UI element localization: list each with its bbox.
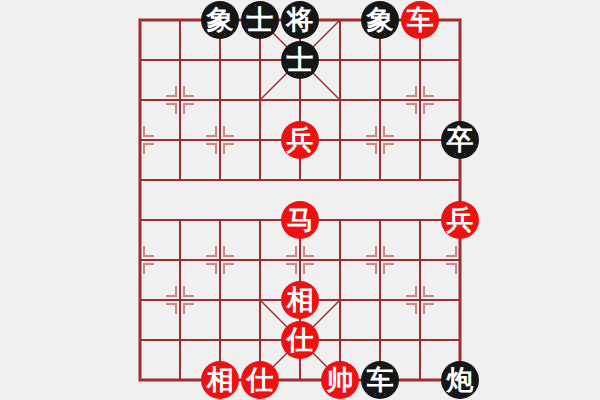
piece-red-pawn[interactable]: 兵 [441,201,479,239]
piece-black-cannon[interactable]: 炮 [441,361,479,399]
piece-red-pawn[interactable]: 兵 [281,121,319,159]
page-background: 象士将象车士兵卒马兵相仕相仕帅车炮 [0,0,600,400]
piece-red-advisor[interactable]: 仕 [241,361,279,399]
piece-black-general[interactable]: 将 [281,1,319,39]
piece-red-elephant[interactable]: 相 [281,281,319,319]
piece-black-elephant[interactable]: 象 [361,1,399,39]
piece-red-advisor[interactable]: 仕 [281,321,319,359]
piece-black-advisor[interactable]: 士 [241,1,279,39]
piece-red-general[interactable]: 帅 [321,361,359,399]
piece-red-chariot[interactable]: 车 [401,1,439,39]
piece-black-elephant[interactable]: 象 [201,1,239,39]
piece-black-advisor[interactable]: 士 [281,41,319,79]
piece-red-horse[interactable]: 马 [281,201,319,239]
piece-red-elephant[interactable]: 相 [201,361,239,399]
xiangqi-board[interactable]: 象士将象车士兵卒马兵相仕相仕帅车炮 [120,0,480,400]
piece-black-pawn[interactable]: 卒 [441,121,479,159]
piece-black-chariot[interactable]: 车 [361,361,399,399]
